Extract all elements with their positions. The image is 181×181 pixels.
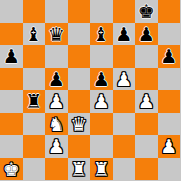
square-h8[interactable]: [158, 0, 181, 23]
square-d3[interactable]: ♛: [68, 113, 91, 136]
square-e4[interactable]: ♟: [90, 90, 113, 113]
square-e3[interactable]: [90, 113, 113, 136]
square-a5[interactable]: [0, 68, 23, 91]
black-pawn-icon[interactable]: ♟: [160, 45, 177, 68]
black-bishop-icon[interactable]: ♝: [25, 23, 42, 46]
square-a7[interactable]: [0, 23, 23, 46]
square-g6[interactable]: [135, 45, 158, 68]
square-a6[interactable]: ♟: [0, 45, 23, 68]
square-a2[interactable]: [0, 135, 23, 158]
square-b3[interactable]: [23, 113, 46, 136]
black-pawn-icon[interactable]: ♟: [93, 68, 110, 91]
white-pawn-icon[interactable]: ♟: [138, 90, 155, 113]
square-h6[interactable]: ♟: [158, 45, 181, 68]
square-c2[interactable]: ♟: [45, 135, 68, 158]
white-king-icon[interactable]: ♚: [3, 158, 20, 181]
square-d2[interactable]: [68, 135, 91, 158]
black-pawn-icon[interactable]: ♟: [48, 68, 65, 91]
black-rook-icon[interactable]: ♜: [25, 90, 42, 113]
square-a8[interactable]: [0, 0, 23, 23]
square-b6[interactable]: [23, 45, 46, 68]
square-b1[interactable]: [23, 158, 46, 181]
square-a3[interactable]: [0, 113, 23, 136]
square-c7[interactable]: ♛: [45, 23, 68, 46]
square-g1[interactable]: [135, 158, 158, 181]
square-h7[interactable]: [158, 23, 181, 46]
square-b5[interactable]: [23, 68, 46, 91]
white-knight-icon[interactable]: ♞: [48, 113, 65, 136]
square-h5[interactable]: [158, 68, 181, 91]
square-f3[interactable]: [113, 113, 136, 136]
black-pawn-icon[interactable]: ♟: [138, 23, 155, 46]
white-pawn-icon[interactable]: ♟: [160, 135, 177, 158]
square-c4[interactable]: ♟: [45, 90, 68, 113]
square-d7[interactable]: [68, 23, 91, 46]
white-rook-icon[interactable]: ♜: [70, 158, 87, 181]
square-g4[interactable]: ♟: [135, 90, 158, 113]
square-a1[interactable]: ♚: [0, 158, 23, 181]
square-g7[interactable]: ♟: [135, 23, 158, 46]
square-e1[interactable]: ♜: [90, 158, 113, 181]
white-pawn-icon[interactable]: ♟: [115, 68, 132, 91]
black-pawn-icon[interactable]: ♟: [115, 23, 132, 46]
square-g3[interactable]: [135, 113, 158, 136]
square-e8[interactable]: [90, 0, 113, 23]
white-pawn-icon[interactable]: ♟: [48, 90, 65, 113]
white-rook-icon[interactable]: ♜: [93, 158, 110, 181]
square-f8[interactable]: [113, 0, 136, 23]
chess-board: ♚♝♛♝♟♟♟♟♟♟♟♜♟♟♟♞♛♟♟♚♜♜: [0, 0, 180, 180]
square-f6[interactable]: [113, 45, 136, 68]
square-e7[interactable]: ♝: [90, 23, 113, 46]
square-e5[interactable]: ♟: [90, 68, 113, 91]
square-g8[interactable]: ♚: [135, 0, 158, 23]
black-bishop-icon[interactable]: ♝: [93, 23, 110, 46]
square-f2[interactable]: [113, 135, 136, 158]
square-d8[interactable]: [68, 0, 91, 23]
square-g2[interactable]: [135, 135, 158, 158]
square-c3[interactable]: ♞: [45, 113, 68, 136]
square-c1[interactable]: [45, 158, 68, 181]
square-g5[interactable]: [135, 68, 158, 91]
square-h1[interactable]: [158, 158, 181, 181]
square-d1[interactable]: ♜: [68, 158, 91, 181]
square-h2[interactable]: ♟: [158, 135, 181, 158]
square-c8[interactable]: [45, 0, 68, 23]
square-b2[interactable]: [23, 135, 46, 158]
square-a4[interactable]: [0, 90, 23, 113]
black-king-icon[interactable]: ♚: [138, 0, 155, 23]
square-f1[interactable]: [113, 158, 136, 181]
square-e6[interactable]: [90, 45, 113, 68]
square-b7[interactable]: ♝: [23, 23, 46, 46]
black-queen-icon[interactable]: ♛: [48, 23, 65, 46]
square-b8[interactable]: [23, 0, 46, 23]
black-pawn-icon[interactable]: ♟: [3, 45, 20, 68]
white-queen-icon[interactable]: ♛: [70, 113, 87, 136]
square-f7[interactable]: ♟: [113, 23, 136, 46]
square-h3[interactable]: [158, 113, 181, 136]
square-b4[interactable]: ♜: [23, 90, 46, 113]
square-f4[interactable]: [113, 90, 136, 113]
square-d4[interactable]: [68, 90, 91, 113]
square-c5[interactable]: ♟: [45, 68, 68, 91]
white-pawn-icon[interactable]: ♟: [48, 135, 65, 158]
square-d6[interactable]: [68, 45, 91, 68]
square-h4[interactable]: [158, 90, 181, 113]
white-pawn-icon[interactable]: ♟: [93, 90, 110, 113]
square-f5[interactable]: ♟: [113, 68, 136, 91]
square-c6[interactable]: [45, 45, 68, 68]
square-e2[interactable]: [90, 135, 113, 158]
square-d5[interactable]: [68, 68, 91, 91]
